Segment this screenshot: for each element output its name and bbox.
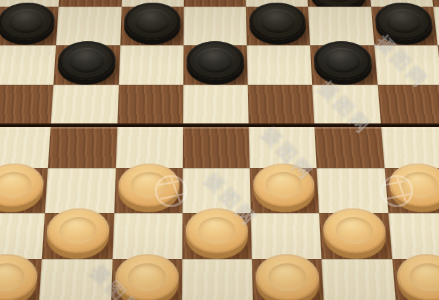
square-r6c4[interactable]: [182, 168, 251, 212]
black-man[interactable]: [123, 3, 180, 40]
square-r8c6[interactable]: [322, 259, 396, 300]
square-r5c3[interactable]: [115, 126, 182, 169]
square-r6c2[interactable]: [45, 168, 115, 212]
square-r5c5[interactable]: [249, 126, 317, 169]
square-r3c1[interactable]: [0, 45, 56, 85]
white-man[interactable]: [255, 254, 320, 300]
square-r5c7[interactable]: [381, 126, 439, 169]
square-r7c3[interactable]: [112, 213, 182, 259]
white-man[interactable]: [46, 208, 110, 253]
board-fold-line: [0, 123, 439, 127]
square-r8c3[interactable]: [110, 259, 182, 300]
checkers-board: [0, 0, 439, 300]
square-r8c4[interactable]: [182, 259, 253, 300]
square-r7c2[interactable]: [42, 213, 114, 259]
white-man[interactable]: [114, 254, 178, 300]
square-r3c3[interactable]: [118, 45, 183, 85]
square-r7c5[interactable]: [251, 213, 322, 259]
square-r4c5[interactable]: [248, 85, 315, 126]
black-man[interactable]: [0, 3, 56, 40]
square-r6c1[interactable]: [0, 168, 48, 212]
square-r5c4[interactable]: [183, 126, 250, 169]
square-r4c1[interactable]: [0, 85, 54, 126]
square-r8c2[interactable]: [39, 259, 112, 300]
square-r3c5[interactable]: [247, 45, 313, 85]
square-r6c6[interactable]: [317, 168, 388, 212]
black-man[interactable]: [313, 41, 373, 80]
square-r4c7[interactable]: [377, 85, 439, 126]
white-man[interactable]: [387, 164, 439, 207]
square-r6c5[interactable]: [250, 168, 320, 212]
square-r5c2[interactable]: [48, 126, 117, 169]
square-r7c4[interactable]: [182, 213, 252, 259]
square-r2c6[interactable]: [308, 7, 374, 45]
white-man[interactable]: [0, 254, 39, 300]
black-man[interactable]: [373, 3, 433, 40]
square-r6c7[interactable]: [384, 168, 439, 212]
square-r8c5[interactable]: [252, 259, 324, 300]
black-man[interactable]: [57, 41, 116, 80]
square-r2c5[interactable]: [246, 7, 310, 45]
square-r7c1[interactable]: [0, 213, 45, 259]
square-r2c3[interactable]: [120, 7, 184, 45]
square-r1c2[interactable]: [59, 0, 123, 7]
square-r2c1[interactable]: [0, 7, 59, 45]
square-r6c3[interactable]: [114, 168, 183, 212]
square-r7c6[interactable]: [319, 213, 391, 259]
square-r4c3[interactable]: [117, 85, 183, 126]
square-r8c7[interactable]: [392, 259, 439, 300]
white-man[interactable]: [395, 254, 439, 300]
square-r7c7[interactable]: [388, 213, 439, 259]
square-r5c1[interactable]: [0, 126, 51, 169]
square-r4c4[interactable]: [183, 85, 249, 126]
square-r2c7[interactable]: [371, 7, 438, 45]
white-man[interactable]: [253, 164, 315, 207]
black-man[interactable]: [186, 41, 244, 80]
white-man[interactable]: [323, 208, 388, 253]
square-r3c2[interactable]: [54, 45, 120, 85]
white-man[interactable]: [186, 208, 249, 253]
square-r2c4[interactable]: [183, 7, 246, 45]
white-man[interactable]: [0, 164, 45, 207]
square-r1c4[interactable]: [184, 0, 246, 7]
white-man[interactable]: [117, 164, 179, 207]
square-r3c7[interactable]: [374, 45, 439, 85]
square-r3c4[interactable]: [183, 45, 248, 85]
square-r5c6[interactable]: [315, 126, 384, 169]
square-r8c1[interactable]: [0, 259, 42, 300]
black-man[interactable]: [249, 3, 307, 40]
square-r2c2[interactable]: [56, 7, 121, 45]
square-r4c2[interactable]: [51, 85, 118, 126]
square-r4c6[interactable]: [312, 85, 380, 126]
square-r1c6[interactable]: [306, 0, 370, 7]
square-r3c6[interactable]: [310, 45, 377, 85]
checkers-board-photo: 摄图网 摄图网 摄图网 摄图网 摄图网: [0, 0, 439, 300]
